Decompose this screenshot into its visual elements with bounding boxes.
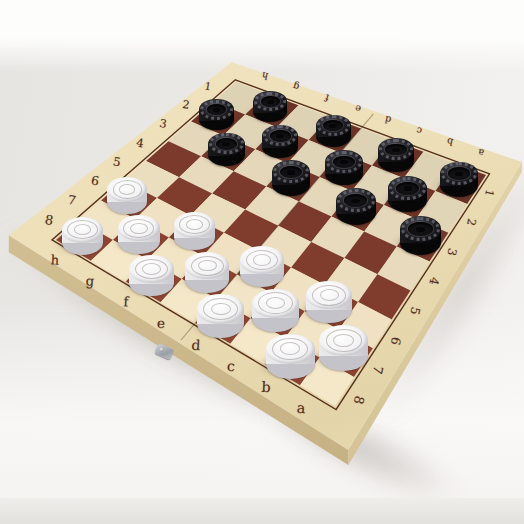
piece-black-d2[interactable] [325,150,363,185]
piece-black-c3[interactable] [336,188,376,225]
pieces-layer [0,0,524,524]
piece-black-e3[interactable] [272,160,310,195]
piece-white-d6[interactable] [240,246,284,286]
piece-white-h8[interactable] [62,217,104,256]
board-layer: 12345678 hgfedcba hgfedcba 12345678 [0,0,524,524]
piece-white-b6[interactable] [306,281,352,324]
bottom-band [0,498,524,524]
piece-white-h6[interactable] [107,177,146,213]
piece-black-h2[interactable] [199,99,233,130]
piece-black-b2[interactable] [388,176,427,212]
piece-white-e7[interactable] [185,252,229,293]
piece-white-c7[interactable] [252,289,299,332]
piece-black-a3[interactable] [400,216,442,255]
piece-black-g1[interactable] [253,91,287,122]
piece-white-f8[interactable] [129,255,174,296]
piece-white-a7[interactable] [319,325,368,370]
piece-black-f2[interactable] [262,125,298,158]
piece-black-a1[interactable] [440,162,478,197]
piece-black-c1[interactable] [378,138,415,172]
piece-white-f6[interactable] [174,212,216,250]
piece-black-g3[interactable] [208,133,244,166]
piece-white-d8[interactable] [197,294,244,337]
piece-black-e1[interactable] [316,115,351,147]
photo-scene: 12345678 hgfedcba hgfedcba 12345678 [0,0,524,524]
piece-white-g7[interactable] [118,215,160,254]
piece-white-b8[interactable] [266,334,315,379]
